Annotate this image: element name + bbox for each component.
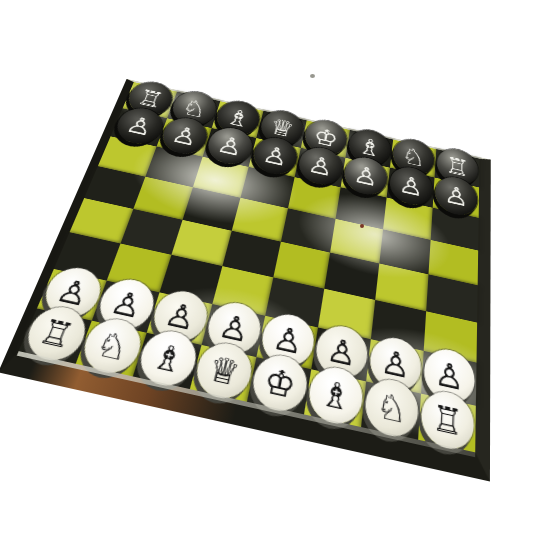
dust-speck bbox=[360, 224, 364, 228]
dust-speck bbox=[310, 74, 315, 78]
chess-board[interactable]: ♖♘♗♕♔♗♘♖♙♙♙♙♙♙♙♙♙♙♙♙♙♙♙♙♖♘♗♕♔♗♘♖ bbox=[0, 79, 491, 482]
board-perspective-wrapper: ♖♘♗♕♔♗♘♖♙♙♙♙♙♙♙♙♙♙♙♙♙♙♙♙♖♘♗♕♔♗♘♖ bbox=[33, 1, 510, 478]
photo-background: ♖♘♗♕♔♗♘♖♙♙♙♙♙♙♙♙♙♙♙♙♙♙♙♙♖♘♗♕♔♗♘♖ bbox=[0, 0, 533, 533]
board-tilt-wrapper: ♖♘♗♕♔♗♘♖♙♙♙♙♙♙♙♙♙♙♙♙♙♙♙♙♖♘♗♕♔♗♘♖ bbox=[10, 79, 472, 447]
